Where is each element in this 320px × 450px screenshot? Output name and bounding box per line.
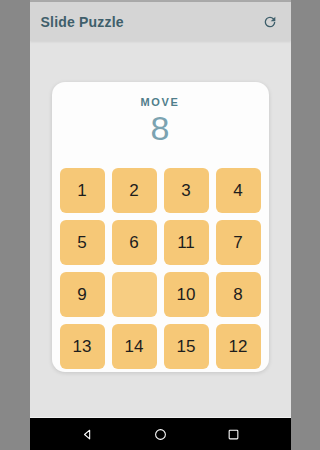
puzzle-card: MOVE 8 123456117910813141512 bbox=[52, 82, 269, 372]
android-navbar bbox=[30, 418, 291, 450]
tile-11[interactable]: 11 bbox=[164, 220, 209, 265]
tile-2[interactable]: 2 bbox=[112, 168, 157, 213]
puzzle-board: 123456117910813141512 bbox=[60, 168, 261, 369]
tile-14[interactable]: 14 bbox=[112, 324, 157, 369]
app-bar: Slide Puzzle bbox=[30, 2, 291, 41]
move-count: 8 bbox=[52, 111, 269, 145]
refresh-icon bbox=[262, 14, 278, 30]
tile-3[interactable]: 3 bbox=[164, 168, 209, 213]
tile-13[interactable]: 13 bbox=[60, 324, 105, 369]
tile-8[interactable]: 8 bbox=[216, 272, 261, 317]
home-icon bbox=[154, 428, 167, 441]
tile-15[interactable]: 15 bbox=[164, 324, 209, 369]
tile-12[interactable]: 12 bbox=[216, 324, 261, 369]
tile-7[interactable]: 7 bbox=[216, 220, 261, 265]
recents-icon bbox=[227, 428, 240, 441]
refresh-button[interactable] bbox=[260, 12, 280, 32]
move-label: MOVE bbox=[52, 96, 269, 108]
app-title: Slide Puzzle bbox=[41, 14, 124, 30]
tile-5[interactable]: 5 bbox=[60, 220, 105, 265]
recents-button[interactable] bbox=[227, 428, 240, 441]
tile-10[interactable]: 10 bbox=[164, 272, 209, 317]
home-button[interactable] bbox=[154, 428, 167, 441]
back-icon bbox=[81, 428, 94, 441]
tile-4[interactable]: 4 bbox=[216, 168, 261, 213]
empty-cell bbox=[112, 272, 157, 317]
tile-6[interactable]: 6 bbox=[112, 220, 157, 265]
tile-9[interactable]: 9 bbox=[60, 272, 105, 317]
tile-1[interactable]: 1 bbox=[60, 168, 105, 213]
phone-screen: Slide Puzzle MOVE 8 12345611791081314151… bbox=[30, 0, 291, 450]
back-button[interactable] bbox=[81, 428, 94, 441]
